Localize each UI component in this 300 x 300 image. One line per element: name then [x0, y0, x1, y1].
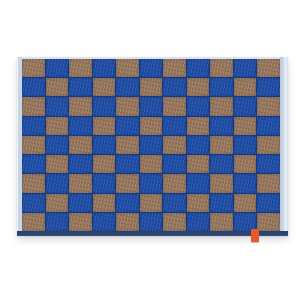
checker-cell-blue: [22, 194, 45, 212]
checkerboard-grid: [22, 57, 280, 231]
checker-cell-blue: [116, 194, 139, 212]
checker-cell-blue: [116, 155, 139, 173]
checker-cell-blue: [46, 97, 69, 115]
checker-cell-tan: [116, 213, 139, 231]
checker-cell-tan: [22, 59, 45, 77]
checker-cell-blue: [93, 174, 116, 192]
checker-cell-tan: [46, 194, 69, 212]
checker-cell-tan: [210, 97, 233, 115]
checker-cell-blue: [163, 194, 186, 212]
checker-cell-blue: [187, 174, 210, 192]
checker-cell-blue: [210, 155, 233, 173]
checker-cell-tan: [22, 213, 45, 231]
checker-cell-tan: [187, 78, 210, 96]
checker-cell-tan: [163, 136, 186, 154]
checker-cell-blue: [93, 97, 116, 115]
checker-cell-tan: [69, 97, 92, 115]
checker-cell-blue: [22, 117, 45, 135]
checker-cell-tan: [210, 59, 233, 77]
checker-cell-blue: [116, 117, 139, 135]
checker-cell-tan: [257, 97, 280, 115]
checker-cell-tan: [234, 78, 257, 96]
checker-cell-tan: [257, 59, 280, 77]
checker-cell-blue: [234, 97, 257, 115]
checker-cell-blue: [93, 59, 116, 77]
checker-cell-tan: [234, 194, 257, 212]
checker-cell-tan: [116, 136, 139, 154]
checker-cell-blue: [93, 136, 116, 154]
checker-cell-blue: [46, 59, 69, 77]
checker-cell-blue: [69, 117, 92, 135]
checker-cell-tan: [257, 136, 280, 154]
checker-cell-tan: [22, 174, 45, 192]
checker-cell-tan: [140, 117, 163, 135]
product-photo: [0, 0, 300, 300]
checker-cell-tan: [163, 97, 186, 115]
checker-cell-blue: [257, 194, 280, 212]
checker-cell-tan: [46, 117, 69, 135]
checker-cell-tan: [116, 174, 139, 192]
checker-cell-tan: [140, 194, 163, 212]
checker-cell-tan: [187, 117, 210, 135]
brand-tag: [251, 229, 259, 242]
checker-cell-tan: [140, 155, 163, 173]
checker-cell-blue: [46, 136, 69, 154]
checker-cell-tan: [116, 59, 139, 77]
checker-cell-blue: [46, 174, 69, 192]
mat-body: [17, 57, 288, 231]
checker-cell-blue: [234, 136, 257, 154]
checker-cell-blue: [140, 174, 163, 192]
checker-cell-tan: [234, 117, 257, 135]
checker-cell-tan: [69, 174, 92, 192]
checker-cell-blue: [187, 136, 210, 154]
checker-cell-blue: [163, 78, 186, 96]
checker-cell-tan: [210, 136, 233, 154]
checker-cell-tan: [69, 59, 92, 77]
checker-cell-tan: [210, 213, 233, 231]
checker-cell-blue: [257, 155, 280, 173]
checker-cell-blue: [187, 97, 210, 115]
checker-cell-tan: [93, 117, 116, 135]
checker-cell-tan: [163, 174, 186, 192]
checker-cell-tan: [69, 136, 92, 154]
checker-cell-blue: [257, 117, 280, 135]
checker-cell-blue: [140, 213, 163, 231]
checker-cell-blue: [69, 194, 92, 212]
checker-cell-tan: [234, 155, 257, 173]
checker-cell-tan: [187, 194, 210, 212]
checker-cell-blue: [210, 78, 233, 96]
bottom-hem: [17, 231, 288, 236]
checker-cell-blue: [22, 78, 45, 96]
checker-cell-blue: [140, 59, 163, 77]
right-woven-border: [280, 57, 288, 231]
checker-cell-tan: [22, 136, 45, 154]
checker-cell-tan: [46, 78, 69, 96]
checker-cell-blue: [187, 213, 210, 231]
checker-cell-blue: [163, 117, 186, 135]
checker-cell-tan: [257, 174, 280, 192]
checker-cell-tan: [69, 213, 92, 231]
checker-cell-blue: [210, 117, 233, 135]
checker-cell-tan: [93, 78, 116, 96]
checker-cell-tan: [116, 97, 139, 115]
checker-cell-blue: [22, 155, 45, 173]
checker-cell-tan: [210, 174, 233, 192]
checker-cell-tan: [22, 97, 45, 115]
checker-cell-tan: [163, 59, 186, 77]
checker-cell-blue: [93, 213, 116, 231]
checker-cell-tan: [163, 213, 186, 231]
checker-cell-blue: [140, 97, 163, 115]
checker-cell-tan: [46, 155, 69, 173]
checker-cell-tan: [187, 155, 210, 173]
checker-cell-tan: [93, 194, 116, 212]
checker-cell-blue: [46, 213, 69, 231]
checker-cell-tan: [93, 155, 116, 173]
checker-cell-blue: [210, 194, 233, 212]
bath-mat: [17, 57, 288, 236]
checker-cell-blue: [69, 78, 92, 96]
checker-cell-blue: [187, 59, 210, 77]
checker-cell-blue: [163, 155, 186, 173]
checker-cell-blue: [116, 78, 139, 96]
checker-cell-blue: [234, 59, 257, 77]
checker-cell-tan: [257, 213, 280, 231]
checker-cell-blue: [234, 174, 257, 192]
checker-cell-blue: [140, 136, 163, 154]
checker-cell-tan: [140, 78, 163, 96]
checker-cell-blue: [69, 155, 92, 173]
checker-cell-blue: [257, 78, 280, 96]
